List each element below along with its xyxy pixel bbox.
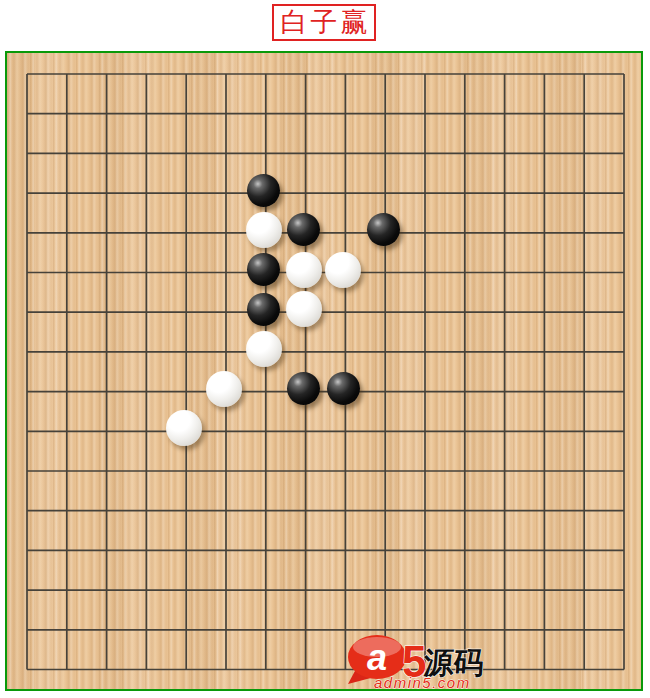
gomoku-board[interactable] xyxy=(5,51,643,691)
stone-black[interactable] xyxy=(327,372,360,405)
stone-black[interactable] xyxy=(367,213,400,246)
stone-white[interactable] xyxy=(206,371,242,407)
stone-white[interactable] xyxy=(325,252,361,288)
result-text: 白子赢 xyxy=(278,9,371,36)
stone-white[interactable] xyxy=(286,252,322,288)
logo-domain-text: admin5.com xyxy=(374,674,471,691)
stone-white[interactable] xyxy=(246,212,282,248)
stone-white[interactable] xyxy=(246,331,282,367)
logo-a-text: a xyxy=(367,637,387,678)
watermark: a 5 源码 admin5.com xyxy=(344,630,494,694)
stone-black[interactable] xyxy=(247,174,280,207)
stone-black[interactable] xyxy=(247,293,280,326)
board-grid xyxy=(7,53,641,689)
result-banner: 白子赢 xyxy=(272,4,376,41)
stone-black[interactable] xyxy=(287,372,320,405)
stone-white[interactable] xyxy=(286,291,322,327)
